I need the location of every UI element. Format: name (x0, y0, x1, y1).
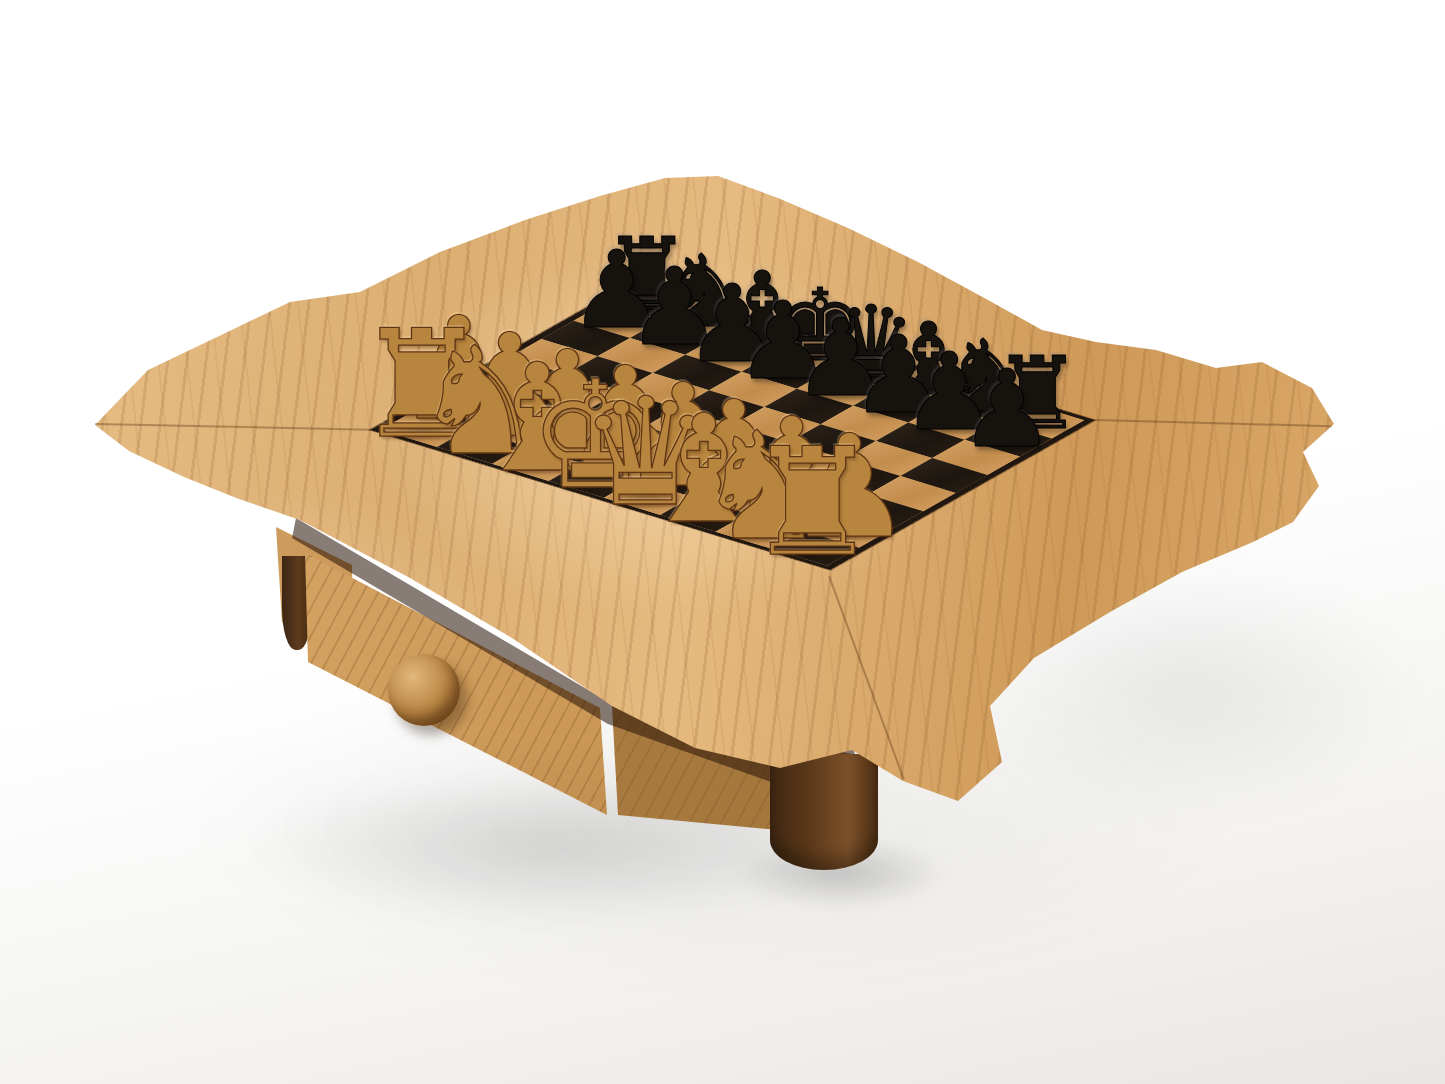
drawer-knob (388, 654, 460, 726)
front-leg (770, 754, 878, 870)
product-photo-scene: ♜♞♝♚♛♝♞♜♟♟♟♟♟♟♟♟♟♟♟♟♟♟♟♟♜♞♝♚♛♝♞♜ (0, 0, 1445, 1084)
